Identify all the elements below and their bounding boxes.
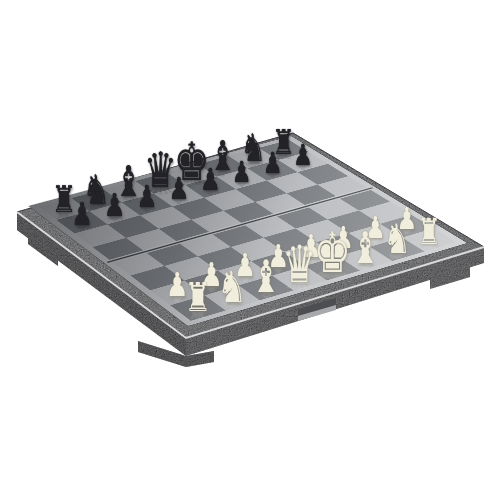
- product-photo: ♜♜♞♞♝♝♛♛♚♚♝♝♞♞♜♜♟♟♟♟♟♟♟♟♟♟♟♟♟♟♟♟♟♟♟♟♟♟♟♟…: [0, 0, 500, 500]
